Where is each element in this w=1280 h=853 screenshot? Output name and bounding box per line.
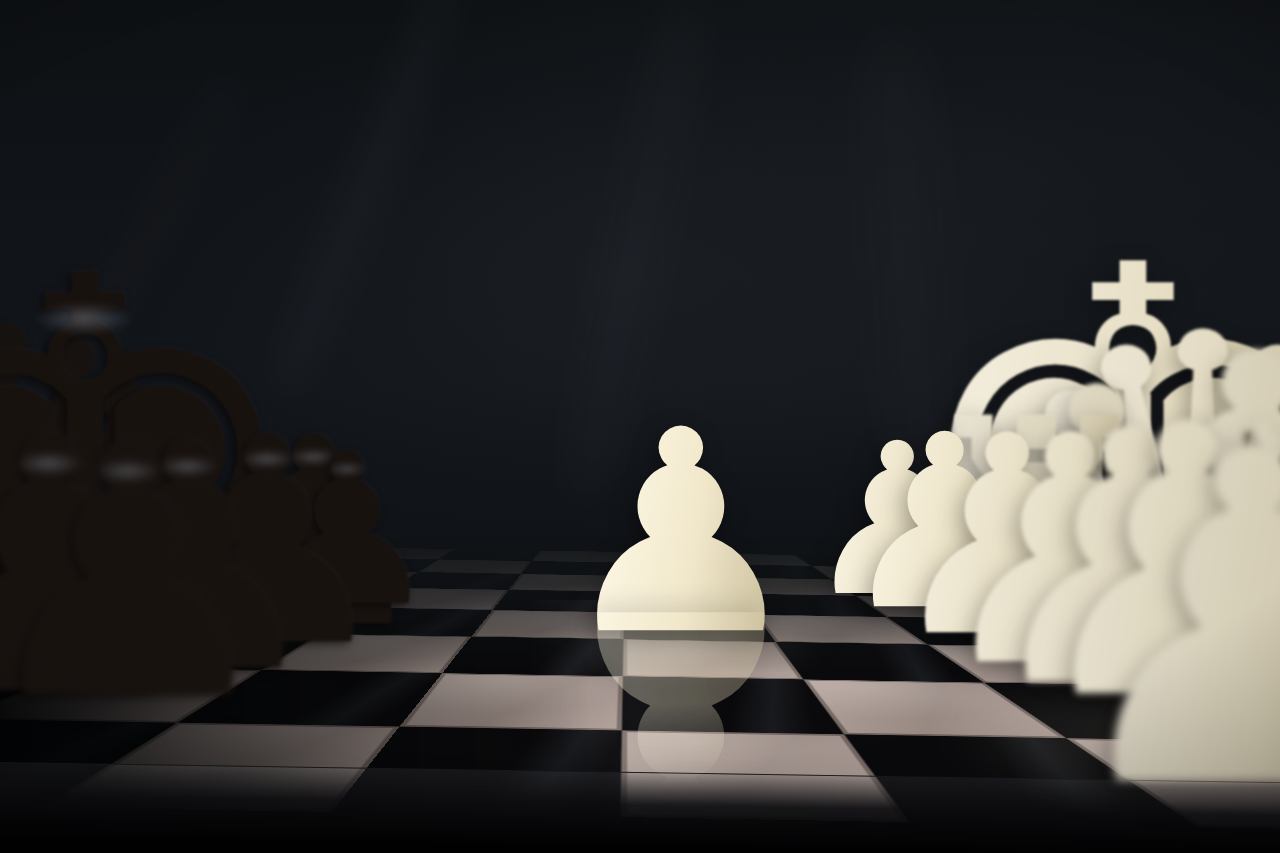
black-pawn-glyph: ♟ [0, 398, 285, 748]
black-pawn-2: ♟ [0, 398, 285, 748]
white-pawn-7: ♟ [1046, 391, 1280, 851]
piece-reflection: ♟ [555, 570, 806, 850]
chess-photo-scene: ♛♚♟♟♟♟♟♟♜♝♚♛♝♞♟♟♟♟♟♟♟♟♟ [0, 0, 1280, 853]
pieces-layer: ♛♚♟♟♟♟♟♟♜♝♚♛♝♞♟♟♟♟♟♟♟♟♟ [0, 0, 1280, 853]
white-pawn-glyph: ♟ [1046, 391, 1280, 851]
white-pawn-advanced: ♟♟ [555, 393, 806, 673]
